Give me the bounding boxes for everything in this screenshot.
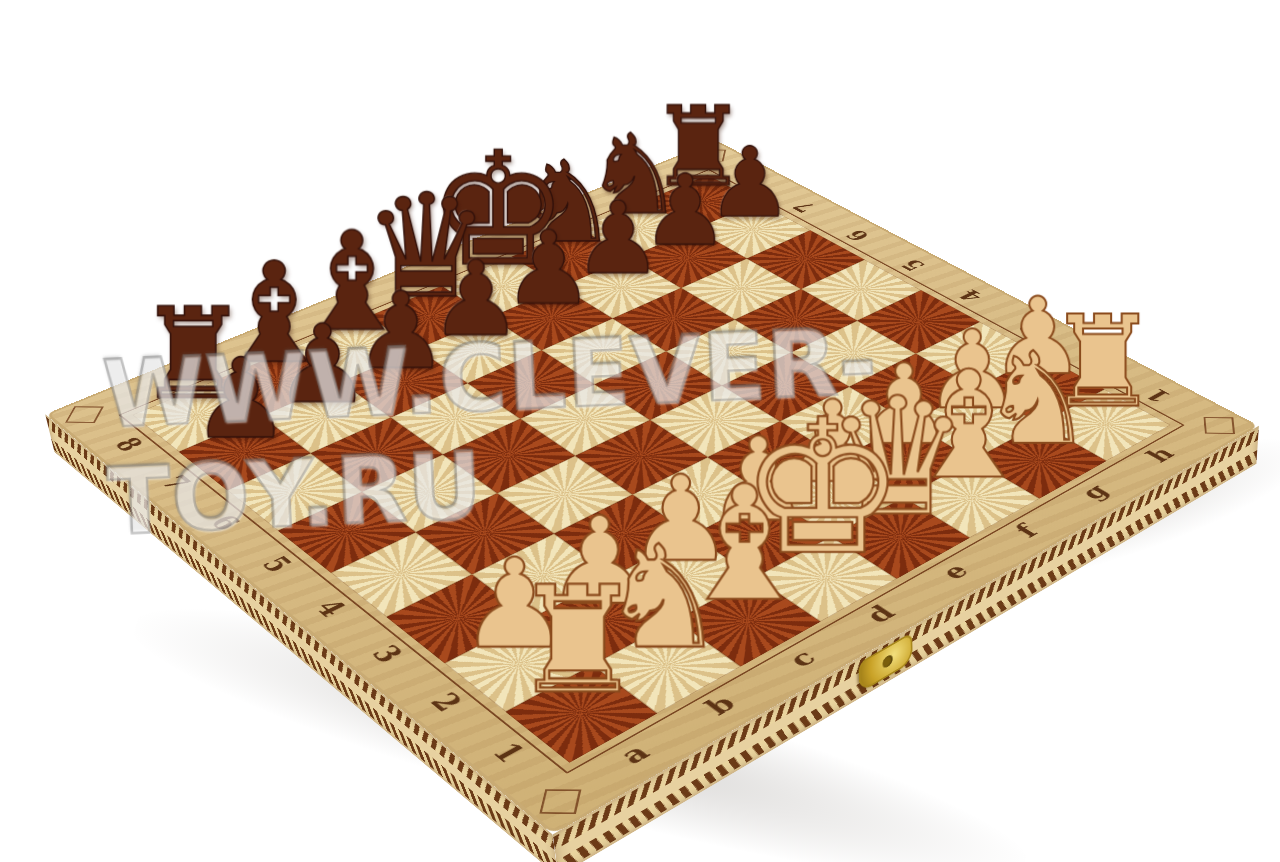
brass-clasp[interactable] xyxy=(858,632,912,693)
corner-inlay-icon xyxy=(539,789,581,814)
photo-background: 87654321 87654321 hgfedcba ♜♞♟♞♟♚♟♛♟♝♟♝♟… xyxy=(0,0,1280,862)
white-rook-glyph: ♜ xyxy=(511,567,643,715)
scene: 87654321 87654321 hgfedcba ♜♞♟♞♟♚♟♛♟♝♟♝♟… xyxy=(0,0,1280,862)
corner-inlay-icon xyxy=(1203,417,1235,434)
corner-inlay-icon xyxy=(65,406,104,423)
black-pawn-glyph: ♟ xyxy=(192,344,291,454)
board-border: 87654321 87654321 hgfedcba ♜♞♟♞♟♚♟♛♟♝♟♝♟… xyxy=(45,140,1259,834)
